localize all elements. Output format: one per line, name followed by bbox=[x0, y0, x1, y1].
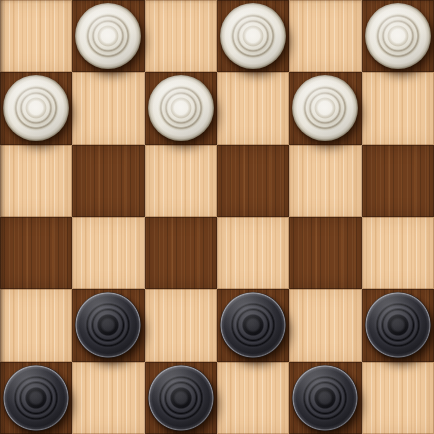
black-piece[interactable] bbox=[365, 292, 431, 358]
square-r0c4 bbox=[289, 0, 361, 72]
square-r2c0 bbox=[0, 145, 72, 217]
black-piece[interactable] bbox=[292, 365, 358, 431]
square-r2c4 bbox=[289, 145, 361, 217]
square-r0c1[interactable] bbox=[72, 0, 144, 72]
square-r3c4[interactable] bbox=[289, 217, 361, 289]
square-r4c2 bbox=[145, 289, 217, 361]
black-piece[interactable] bbox=[220, 292, 286, 358]
square-r5c3 bbox=[217, 362, 289, 434]
square-r2c1[interactable] bbox=[72, 145, 144, 217]
black-piece[interactable] bbox=[75, 292, 141, 358]
square-r2c2 bbox=[145, 145, 217, 217]
square-r1c5 bbox=[362, 72, 434, 144]
square-r0c0 bbox=[0, 0, 72, 72]
square-r3c2[interactable] bbox=[145, 217, 217, 289]
square-r1c1 bbox=[72, 72, 144, 144]
square-r4c1[interactable] bbox=[72, 289, 144, 361]
square-r3c1 bbox=[72, 217, 144, 289]
checkers-app-screen bbox=[0, 0, 434, 434]
square-r1c3 bbox=[217, 72, 289, 144]
square-r5c5 bbox=[362, 362, 434, 434]
white-piece[interactable] bbox=[365, 3, 431, 69]
square-r1c0[interactable] bbox=[0, 72, 72, 144]
white-piece[interactable] bbox=[148, 75, 214, 141]
square-r4c3[interactable] bbox=[217, 289, 289, 361]
square-r0c2 bbox=[145, 0, 217, 72]
square-r3c0[interactable] bbox=[0, 217, 72, 289]
black-piece[interactable] bbox=[148, 365, 214, 431]
square-r5c0[interactable] bbox=[0, 362, 72, 434]
square-r1c2[interactable] bbox=[145, 72, 217, 144]
square-r5c4[interactable] bbox=[289, 362, 361, 434]
black-piece[interactable] bbox=[3, 365, 69, 431]
square-r2c5[interactable] bbox=[362, 145, 434, 217]
square-r0c3[interactable] bbox=[217, 0, 289, 72]
square-r3c5 bbox=[362, 217, 434, 289]
square-r4c0 bbox=[0, 289, 72, 361]
white-piece[interactable] bbox=[220, 3, 286, 69]
white-piece[interactable] bbox=[292, 75, 358, 141]
square-r2c3[interactable] bbox=[217, 145, 289, 217]
square-r0c5[interactable] bbox=[362, 0, 434, 72]
square-r4c4 bbox=[289, 289, 361, 361]
white-piece[interactable] bbox=[75, 3, 141, 69]
square-r4c5[interactable] bbox=[362, 289, 434, 361]
white-piece[interactable] bbox=[3, 75, 69, 141]
square-r5c2[interactable] bbox=[145, 362, 217, 434]
square-r3c3 bbox=[217, 217, 289, 289]
square-r5c1 bbox=[72, 362, 144, 434]
square-r1c4[interactable] bbox=[289, 72, 361, 144]
checkers-board bbox=[0, 0, 434, 434]
